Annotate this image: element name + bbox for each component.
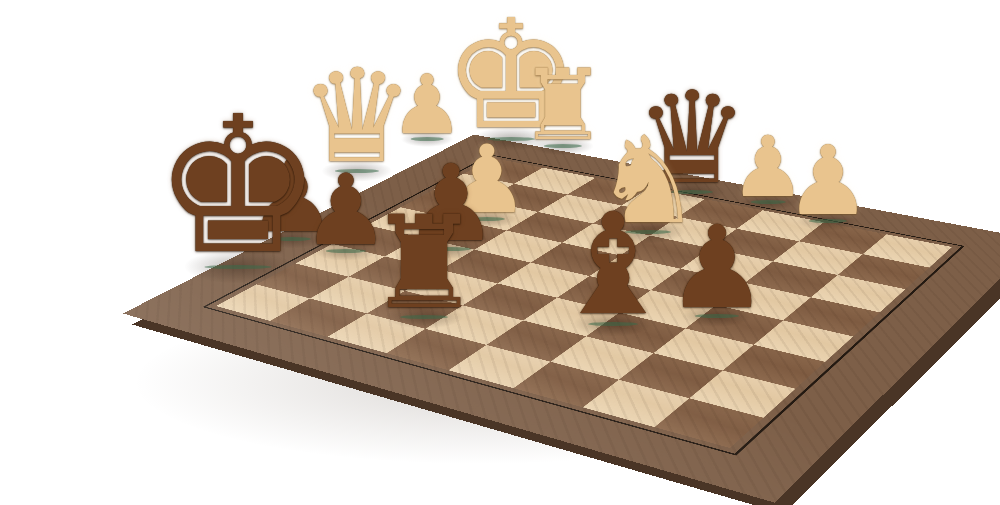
piece-black-bishop-f7[interactable]: ♝ (550, 195, 676, 335)
piece-black-king-a8[interactable]: ♚ (153, 92, 322, 281)
piece-black-pawn-g6[interactable]: ♟ (666, 211, 768, 325)
chessboard-product-photo: ♟♚♜♛♛♟♟♟♞♟♟♟♚♟♜♝ (0, 0, 1000, 505)
piece-black-rook-e8[interactable]: ♜ (367, 199, 482, 327)
piece-white-pawn-g2[interactable]: ♟ (785, 133, 871, 229)
